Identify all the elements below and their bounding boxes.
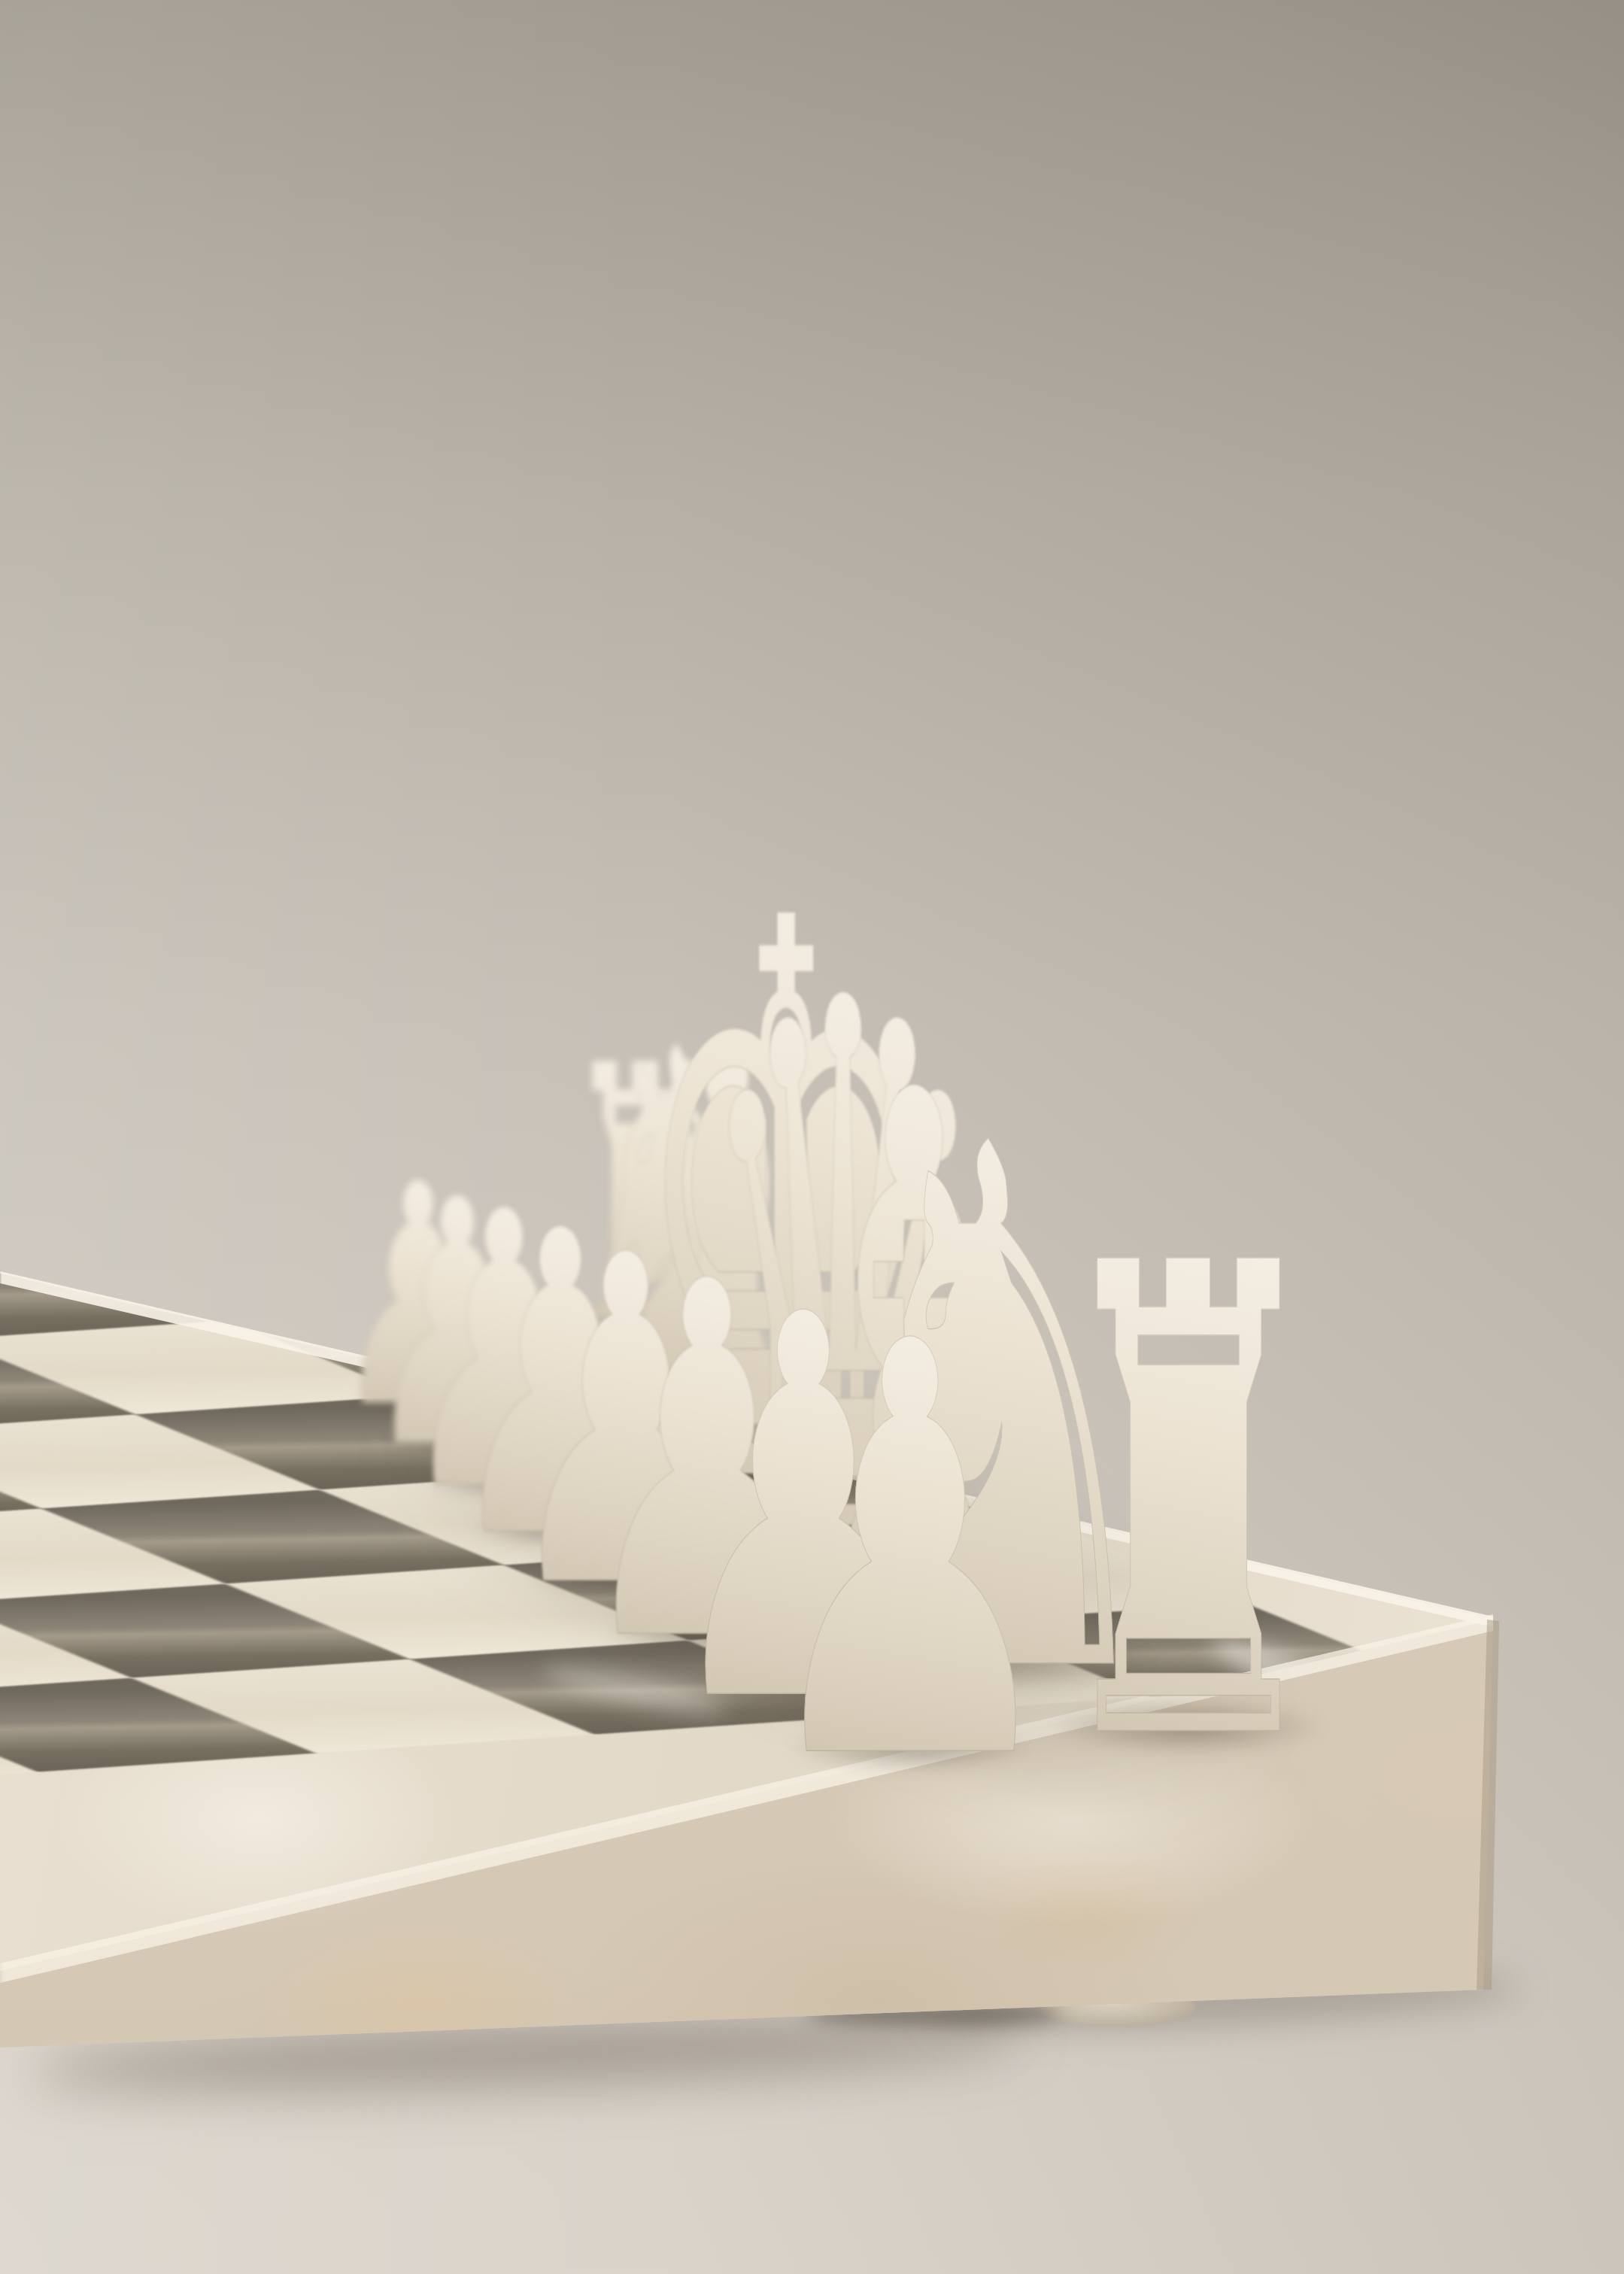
- photo-stage: ♜♞♟♝♟♚♟♛♟♟♝♟♞♟♜♟: [0, 0, 1624, 2274]
- rook-glyph: ♜: [1043, 1183, 1333, 1830]
- pawn-glyph: ♟: [752, 1270, 1068, 1838]
